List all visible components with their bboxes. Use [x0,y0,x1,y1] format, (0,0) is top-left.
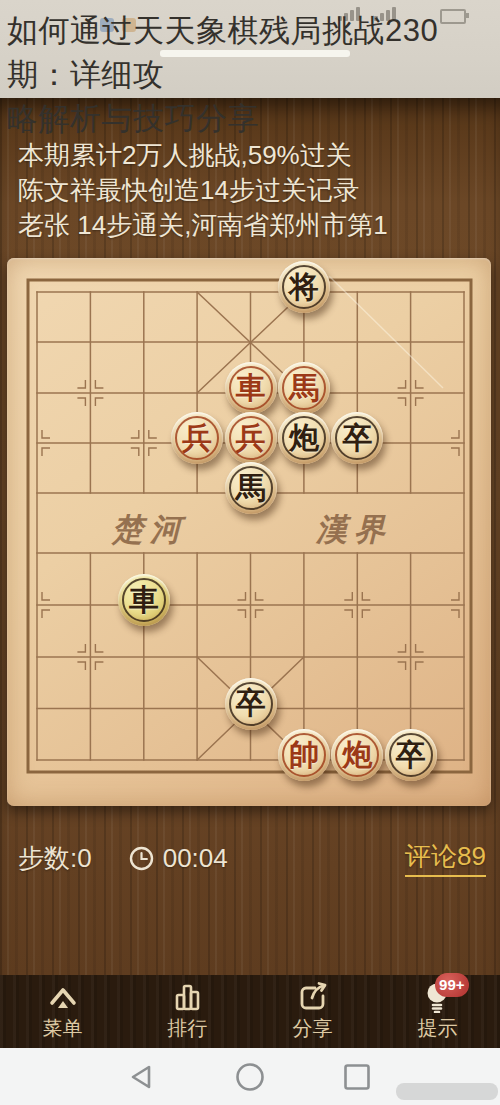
wood-background: 本期累计2万人挑战,59%过关 陈文祥最快创造14步过关记录 老张 14步通关,… [0,98,500,975]
piece-black-horse[interactable]: 馬 [225,462,277,514]
page-title-line2: 略解析与技巧分享 [7,97,495,141]
nav-label-menu: 菜单 [43,1015,83,1042]
recents-square-icon [339,1059,375,1095]
nav-label-hint: 提示 [418,1015,458,1042]
comments-link[interactable]: 评论89 [405,839,486,877]
clock-icon [128,845,155,872]
banner-line-leader: 老张 14步通关,河南省郑州市第1 [18,208,388,243]
piece-black-soldier-3[interactable]: 卒 [385,729,437,781]
piece-red-general[interactable]: 帥 [278,729,330,781]
nav-item-hint[interactable]: 99+ 提示 [393,981,483,1042]
android-home-button[interactable] [232,1059,268,1095]
piece-red-soldier-1[interactable]: 兵 [171,412,223,464]
river-label-left: 楚河 [111,511,188,547]
banner-line-participants: 本期累计2万人挑战,59%过关 [18,138,388,173]
app-screen: 如何通过天天象棋残局挑战230期：详细攻 略解析与技巧分享 本期累计2万人挑战,… [0,0,500,1105]
nav-item-rank[interactable]: 排行 [143,981,233,1042]
android-back-button[interactable] [125,1059,161,1095]
piece-black-chariot[interactable]: 車 [118,574,170,626]
home-circle-icon [232,1059,268,1095]
game-info-bar: 步数:0 00:04 评论89 [0,838,500,878]
android-nav-bar [0,1048,500,1105]
banner-line-record: 陈文祥最快创造14步过关记录 [18,173,388,208]
nav-item-share[interactable]: 分享 [268,981,358,1042]
watermark [396,1083,498,1100]
menu-arrow-icon [45,981,81,1013]
river-label-right: 漢界 [315,511,392,547]
title-status-area: 如何通过天天象棋残局挑战230期：详细攻 略解析与技巧分享 [0,0,500,98]
rank-chart-icon [170,981,206,1013]
status-underline-strip [160,50,350,57]
share-icon [295,981,331,1013]
piece-black-soldier-2[interactable]: 卒 [225,678,277,730]
back-triangle-icon [125,1059,161,1095]
timer-value: 00:04 [163,843,228,874]
android-recents-button[interactable] [339,1059,375,1095]
piece-black-general[interactable]: 将 [278,261,330,313]
piece-red-soldier-2[interactable]: 兵 [225,412,277,464]
nav-item-menu[interactable]: 菜单 [18,981,108,1042]
piece-red-horse[interactable]: 馬 [278,362,330,414]
piece-black-cannon[interactable]: 炮 [278,412,330,464]
page-title: 如何通过天天象棋残局挑战230期：详细攻 略解析与技巧分享 [7,9,495,141]
nav-label-share: 分享 [293,1015,333,1042]
timer-group: 00:04 [128,843,228,874]
piece-red-cannon[interactable]: 炮 [331,729,383,781]
bottom-nav-bar: 菜单 排行 分享 99+ 提示 [0,975,500,1048]
piece-red-chariot[interactable]: 車 [225,362,277,414]
piece-black-soldier-1[interactable]: 卒 [331,412,383,464]
challenge-stats-banner: 本期累计2万人挑战,59%过关 陈文祥最快创造14步过关记录 老张 14步通关,… [18,138,388,243]
hint-badge: 99+ [435,973,468,997]
nav-label-rank: 排行 [168,1015,208,1042]
xiangqi-board[interactable]: 楚河漢界 将車馬兵兵炮卒馬車卒帥炮卒 [7,258,491,806]
step-counter: 步数:0 [18,841,92,876]
